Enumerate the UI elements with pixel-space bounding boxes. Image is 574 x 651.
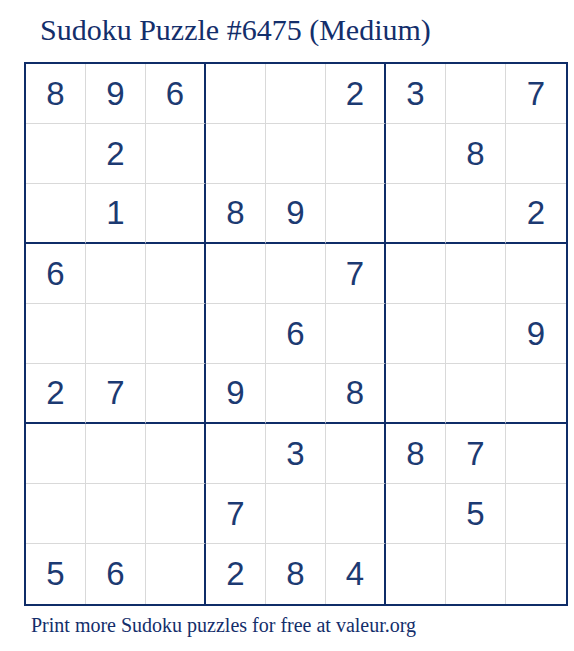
cell-r6c3 (146, 364, 206, 424)
cell-r7c5: 3 (266, 424, 326, 484)
cell-r1c4 (206, 64, 266, 124)
cell-r1c2: 9 (86, 64, 146, 124)
cell-r2c1 (26, 124, 86, 184)
cell-r3c8 (446, 184, 506, 244)
page-title: Sudoku Puzzle #6475 (Medium) (40, 13, 431, 47)
cell-r8c4: 7 (206, 484, 266, 544)
cell-r2c2: 2 (86, 124, 146, 184)
cell-r6c6: 8 (326, 364, 386, 424)
cell-r4c5 (266, 244, 326, 304)
cell-r9c5: 8 (266, 544, 326, 604)
cell-r2c8: 8 (446, 124, 506, 184)
cell-r8c1 (26, 484, 86, 544)
cell-r5c7 (386, 304, 446, 364)
cell-r2c6 (326, 124, 386, 184)
cell-r9c6: 4 (326, 544, 386, 604)
cell-r6c1: 2 (26, 364, 86, 424)
cell-r9c1: 5 (26, 544, 86, 604)
cell-r6c8 (446, 364, 506, 424)
cell-r5c1 (26, 304, 86, 364)
cell-r7c8: 7 (446, 424, 506, 484)
cell-r4c8 (446, 244, 506, 304)
cell-r4c3 (146, 244, 206, 304)
cell-r1c5 (266, 64, 326, 124)
cell-r4c6: 7 (326, 244, 386, 304)
cell-r5c5: 6 (266, 304, 326, 364)
cell-r1c3: 6 (146, 64, 206, 124)
cell-r6c5 (266, 364, 326, 424)
sudoku-page: Sudoku Puzzle #6475 (Medium) 89623728189… (0, 0, 574, 651)
cell-r3c4: 8 (206, 184, 266, 244)
cell-r1c9: 7 (506, 64, 566, 124)
cell-r3c3 (146, 184, 206, 244)
cell-r7c6 (326, 424, 386, 484)
cell-r5c6 (326, 304, 386, 364)
cell-r1c6: 2 (326, 64, 386, 124)
cell-r6c9 (506, 364, 566, 424)
cell-r2c5 (266, 124, 326, 184)
cell-r7c1 (26, 424, 86, 484)
cell-r4c2 (86, 244, 146, 304)
cell-r9c2: 6 (86, 544, 146, 604)
cell-r9c3 (146, 544, 206, 604)
cell-r8c5 (266, 484, 326, 544)
cell-r8c2 (86, 484, 146, 544)
cell-r7c3 (146, 424, 206, 484)
cell-r6c4: 9 (206, 364, 266, 424)
cell-r6c2: 7 (86, 364, 146, 424)
cell-r5c8 (446, 304, 506, 364)
cell-r4c4 (206, 244, 266, 304)
cell-r9c7 (386, 544, 446, 604)
cell-r8c9 (506, 484, 566, 544)
cell-r2c3 (146, 124, 206, 184)
cell-r6c7 (386, 364, 446, 424)
cell-r4c9 (506, 244, 566, 304)
cell-r5c4 (206, 304, 266, 364)
cell-r8c3 (146, 484, 206, 544)
cell-r9c4: 2 (206, 544, 266, 604)
cell-r8c7 (386, 484, 446, 544)
cell-r3c5: 9 (266, 184, 326, 244)
cell-r7c4 (206, 424, 266, 484)
cell-r2c7 (386, 124, 446, 184)
cell-r3c1 (26, 184, 86, 244)
cell-r3c7 (386, 184, 446, 244)
cell-r7c9 (506, 424, 566, 484)
cell-r1c8 (446, 64, 506, 124)
cell-r5c2 (86, 304, 146, 364)
cell-r9c8 (446, 544, 506, 604)
cell-r1c7: 3 (386, 64, 446, 124)
cell-r3c9: 2 (506, 184, 566, 244)
cell-r7c7: 8 (386, 424, 446, 484)
cell-r5c3 (146, 304, 206, 364)
cell-r7c2 (86, 424, 146, 484)
cell-r4c7 (386, 244, 446, 304)
cell-r8c8: 5 (446, 484, 506, 544)
cell-r9c9 (506, 544, 566, 604)
cell-r2c9 (506, 124, 566, 184)
cell-r1c1: 8 (26, 64, 86, 124)
cell-r5c9: 9 (506, 304, 566, 364)
cell-r2c4 (206, 124, 266, 184)
sudoku-board: 896237281892676927983877556284 (24, 62, 568, 606)
cell-r3c6 (326, 184, 386, 244)
cell-r8c6 (326, 484, 386, 544)
cell-r4c1: 6 (26, 244, 86, 304)
cell-r3c2: 1 (86, 184, 146, 244)
footer-text: Print more Sudoku puzzles for free at va… (31, 614, 416, 637)
